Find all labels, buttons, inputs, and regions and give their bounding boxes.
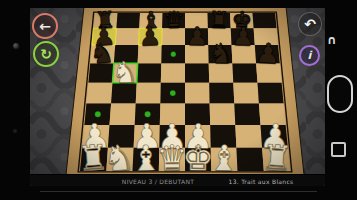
turn-indicator-label: 13. Trait aux Blancs: [202, 178, 320, 185]
piece-black-queen-d8[interactable]: ♛: [163, 9, 184, 32]
move-dot-d6[interactable]: [171, 52, 176, 57]
piece-black-pawn-h6[interactable]: ♟: [255, 39, 281, 68]
square-c5[interactable]: [137, 63, 162, 82]
square-f4[interactable]: [209, 83, 234, 104]
reset-rotate-icon: ↻: [40, 46, 52, 62]
info-icon: i: [308, 49, 312, 62]
square-g5[interactable]: [232, 63, 257, 82]
piece-black-pawn-c7[interactable]: ♟: [138, 23, 161, 49]
home-button[interactable]: [327, 75, 353, 113]
reset-button[interactable]: ↻: [33, 41, 59, 67]
square-h8[interactable]: [253, 13, 277, 28]
square-f3[interactable]: [210, 104, 236, 126]
undo-arrow-icon: ↶: [304, 16, 316, 32]
square-b8[interactable]: [116, 13, 140, 28]
piece-white-bishop-f1[interactable]: ♝: [208, 141, 240, 177]
piece-black-pawn-e7[interactable]: ♟: [185, 24, 208, 49]
info-button[interactable]: i: [299, 45, 320, 66]
square-b7[interactable]: [115, 28, 139, 45]
square-d5[interactable]: [161, 63, 185, 82]
piece-white-knight-b5[interactable]: ♞: [111, 57, 139, 87]
square-h4[interactable]: [258, 83, 284, 104]
bezel-square-icon: [331, 142, 346, 157]
back-arrow-icon: ←: [39, 18, 51, 34]
piece-black-knight-f6[interactable]: ♞: [208, 40, 233, 68]
piece-black-pawn-g7[interactable]: ♟: [231, 23, 255, 49]
square-g4[interactable]: [233, 83, 259, 104]
piece-black-rook-f8[interactable]: ♜: [209, 9, 230, 33]
square-a4[interactable]: [86, 83, 112, 104]
back-button[interactable]: ←: [32, 13, 58, 39]
proximity-sensor: [13, 129, 17, 133]
move-dot-d4[interactable]: [170, 90, 176, 96]
front-camera: [12, 42, 20, 50]
square-c4[interactable]: [136, 83, 161, 104]
app-screen: ♜♝♛♜♚♟♟♟♟♞♞♟♞♟♟♟♟♟♜♞♝♛♚♝♜ NIVEAU 3 / DEB…: [30, 8, 325, 186]
headset-icon: ∩: [325, 33, 338, 47]
phone-mockup: ∩ ♜♝♛♜♚♟♟♟♟♞♞♟♞♟♟♟♟♟♜♞♝♛♚♝♜ NIVEAU 3 /: [0, 0, 357, 200]
phone-bottom-edge: [40, 191, 317, 192]
status-bar: NIVEAU 3 / DEBUTANT 13. Trait aux Blancs: [30, 174, 325, 186]
square-g3[interactable]: [234, 104, 260, 126]
undo-button[interactable]: ↶: [298, 12, 322, 36]
piece-white-rook-h1[interactable]: ♜: [260, 140, 294, 177]
square-e4[interactable]: [185, 83, 210, 104]
square-e5[interactable]: [185, 63, 209, 82]
